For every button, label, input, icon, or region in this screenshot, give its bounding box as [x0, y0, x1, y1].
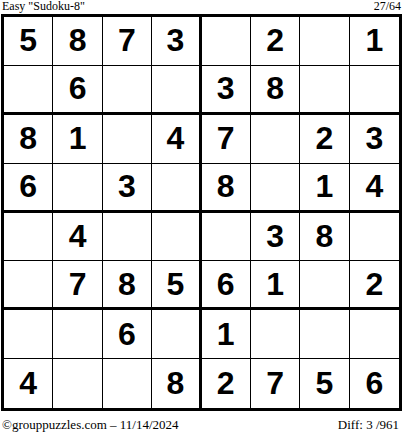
- cell-r1c5[interactable]: [202, 17, 251, 66]
- cell-r7c5[interactable]: 1: [202, 310, 251, 359]
- cell-r1c6[interactable]: 2: [251, 17, 300, 66]
- cell-r2c8[interactable]: [350, 66, 399, 115]
- puzzle-title: Easy "Sudoku-8": [2, 0, 85, 13]
- difficulty-text: Diff: 3 /961: [338, 418, 399, 432]
- cell-r5c7[interactable]: 8: [300, 213, 349, 262]
- puzzle-page: Easy "Sudoku-8" 27/64 587321638814723638…: [0, 0, 403, 437]
- cell-r3c3[interactable]: [103, 115, 152, 164]
- cell-r3c6[interactable]: [251, 115, 300, 164]
- cell-r2c1[interactable]: [4, 66, 53, 115]
- header: Easy "Sudoku-8" 27/64: [2, 0, 401, 14]
- cell-r4c3[interactable]: 3: [103, 164, 152, 213]
- cell-r8c6[interactable]: 7: [251, 359, 300, 408]
- cell-r3c2[interactable]: 1: [53, 115, 102, 164]
- cell-r5c8[interactable]: [350, 213, 399, 262]
- cell-r5c3[interactable]: [103, 213, 152, 262]
- cell-r5c6[interactable]: 3: [251, 213, 300, 262]
- cell-r6c1[interactable]: [4, 261, 53, 310]
- cell-r7c4[interactable]: [152, 310, 201, 359]
- cell-r6c6[interactable]: 1: [251, 261, 300, 310]
- cell-r6c7[interactable]: [300, 261, 349, 310]
- cell-r7c3[interactable]: 6: [103, 310, 152, 359]
- cell-r2c6[interactable]: 8: [251, 66, 300, 115]
- cell-r2c3[interactable]: [103, 66, 152, 115]
- cell-r6c8[interactable]: 2: [350, 261, 399, 310]
- cell-r5c5[interactable]: [202, 213, 251, 262]
- footer: ©grouppuzzles.com – 11/14/2024 Diff: 3 /…: [2, 418, 399, 434]
- cell-r6c2[interactable]: 7: [53, 261, 102, 310]
- cell-r5c2[interactable]: 4: [53, 213, 102, 262]
- cell-r5c4[interactable]: [152, 213, 201, 262]
- cell-r8c5[interactable]: 2: [202, 359, 251, 408]
- cell-r6c4[interactable]: 5: [152, 261, 201, 310]
- cell-r7c1[interactable]: [4, 310, 53, 359]
- cell-r4c6[interactable]: [251, 164, 300, 213]
- cell-r6c3[interactable]: 8: [103, 261, 152, 310]
- cell-r4c5[interactable]: 8: [202, 164, 251, 213]
- cell-r1c1[interactable]: 5: [4, 17, 53, 66]
- cell-r1c3[interactable]: 7: [103, 17, 152, 66]
- cell-r8c8[interactable]: 6: [350, 359, 399, 408]
- cell-r8c1[interactable]: 4: [4, 359, 53, 408]
- cell-r4c4[interactable]: [152, 164, 201, 213]
- cell-r2c4[interactable]: [152, 66, 201, 115]
- cell-r1c8[interactable]: 1: [350, 17, 399, 66]
- cell-r4c2[interactable]: [53, 164, 102, 213]
- cell-r8c7[interactable]: 5: [300, 359, 349, 408]
- cell-r1c4[interactable]: 3: [152, 17, 201, 66]
- cell-r4c1[interactable]: 6: [4, 164, 53, 213]
- cell-r4c8[interactable]: 4: [350, 164, 399, 213]
- copyright-text: ©grouppuzzles.com – 11/14/2024: [2, 418, 179, 432]
- cell-r8c4[interactable]: 8: [152, 359, 201, 408]
- cell-r2c2[interactable]: 6: [53, 66, 102, 115]
- cell-r3c5[interactable]: 7: [202, 115, 251, 164]
- cell-r1c2[interactable]: 8: [53, 17, 102, 66]
- cell-r8c2[interactable]: [53, 359, 102, 408]
- cell-r4c7[interactable]: 1: [300, 164, 349, 213]
- cell-r3c8[interactable]: 3: [350, 115, 399, 164]
- cell-r5c1[interactable]: [4, 213, 53, 262]
- cell-r1c7[interactable]: [300, 17, 349, 66]
- cell-r3c4[interactable]: 4: [152, 115, 201, 164]
- cell-r7c2[interactable]: [53, 310, 102, 359]
- cell-r7c6[interactable]: [251, 310, 300, 359]
- cell-r3c7[interactable]: 2: [300, 115, 349, 164]
- cell-r2c7[interactable]: [300, 66, 349, 115]
- cell-r2c5[interactable]: 3: [202, 66, 251, 115]
- puzzle-number: 27/64: [374, 0, 401, 13]
- cell-r6c5[interactable]: 6: [202, 261, 251, 310]
- cell-r8c3[interactable]: [103, 359, 152, 408]
- cell-r3c1[interactable]: 8: [4, 115, 53, 164]
- cell-r7c7[interactable]: [300, 310, 349, 359]
- sudoku-grid: 5873216388147236381443878561261482756: [1, 14, 402, 411]
- cell-r7c8[interactable]: [350, 310, 399, 359]
